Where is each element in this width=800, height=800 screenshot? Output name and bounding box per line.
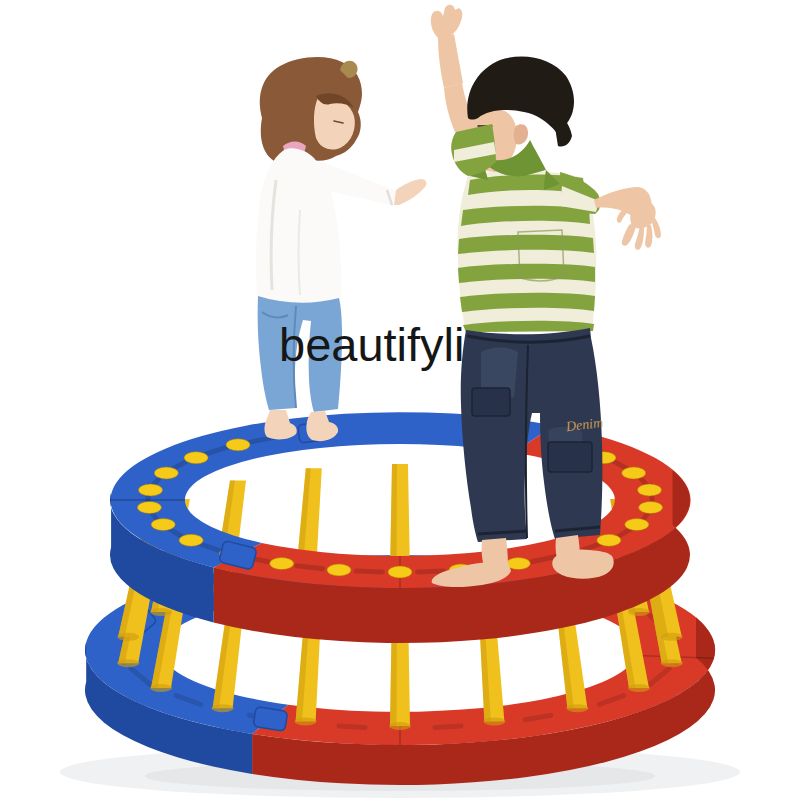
beam-button bbox=[179, 534, 203, 546]
pillar-base bbox=[212, 704, 234, 712]
beam-button bbox=[139, 484, 163, 496]
pillar-base bbox=[628, 684, 650, 692]
grip-slot bbox=[435, 726, 461, 727]
watermark-text: beautifyli bbox=[279, 318, 465, 371]
girl-left-foot bbox=[264, 410, 296, 439]
beam-button bbox=[639, 502, 663, 514]
girl-hand bbox=[394, 179, 426, 205]
beam-button bbox=[151, 519, 175, 531]
pillar-base bbox=[661, 659, 683, 667]
boy-left-forearm bbox=[438, 34, 463, 88]
beam-button bbox=[597, 534, 621, 546]
grip-slot bbox=[356, 571, 382, 572]
pillar-base bbox=[295, 717, 317, 725]
beam-button bbox=[270, 558, 294, 570]
finger bbox=[651, 218, 661, 238]
product-photo: Denim beautifyli bbox=[0, 0, 800, 800]
finger bbox=[622, 224, 636, 246]
pillar-base bbox=[628, 608, 650, 616]
beam-button bbox=[137, 502, 161, 514]
grip-slot bbox=[339, 726, 365, 727]
beam-button bbox=[638, 484, 662, 496]
finger bbox=[645, 225, 653, 248]
beam-button bbox=[154, 467, 178, 479]
boy-ear bbox=[514, 124, 528, 144]
beam-button bbox=[622, 467, 646, 479]
boy-right-hand bbox=[630, 202, 655, 228]
beam-button bbox=[388, 566, 412, 578]
boy-cargo-pocket bbox=[548, 442, 592, 472]
pillar-base bbox=[117, 633, 139, 641]
grip-slot bbox=[297, 566, 323, 569]
pillar-base bbox=[389, 722, 411, 730]
boy-cargo-pocket bbox=[472, 388, 510, 416]
pillar-base bbox=[150, 684, 172, 692]
boy-left-hand bbox=[431, 5, 462, 40]
pillar-base bbox=[117, 659, 139, 667]
pillar-base bbox=[661, 633, 683, 641]
connector-tab bbox=[253, 707, 288, 732]
beam-button bbox=[327, 564, 351, 576]
beam-button bbox=[625, 519, 649, 531]
beam-button bbox=[184, 452, 208, 464]
beam-button bbox=[226, 439, 250, 451]
pillar-base bbox=[566, 704, 588, 712]
pillar-base bbox=[483, 717, 505, 725]
girl bbox=[256, 57, 426, 441]
finger bbox=[635, 226, 644, 250]
balance-ring-scene: Denim beautifyli bbox=[0, 0, 800, 800]
grip-slot bbox=[418, 571, 444, 572]
boy-right-foot bbox=[552, 549, 613, 578]
pillar-base bbox=[150, 608, 172, 616]
